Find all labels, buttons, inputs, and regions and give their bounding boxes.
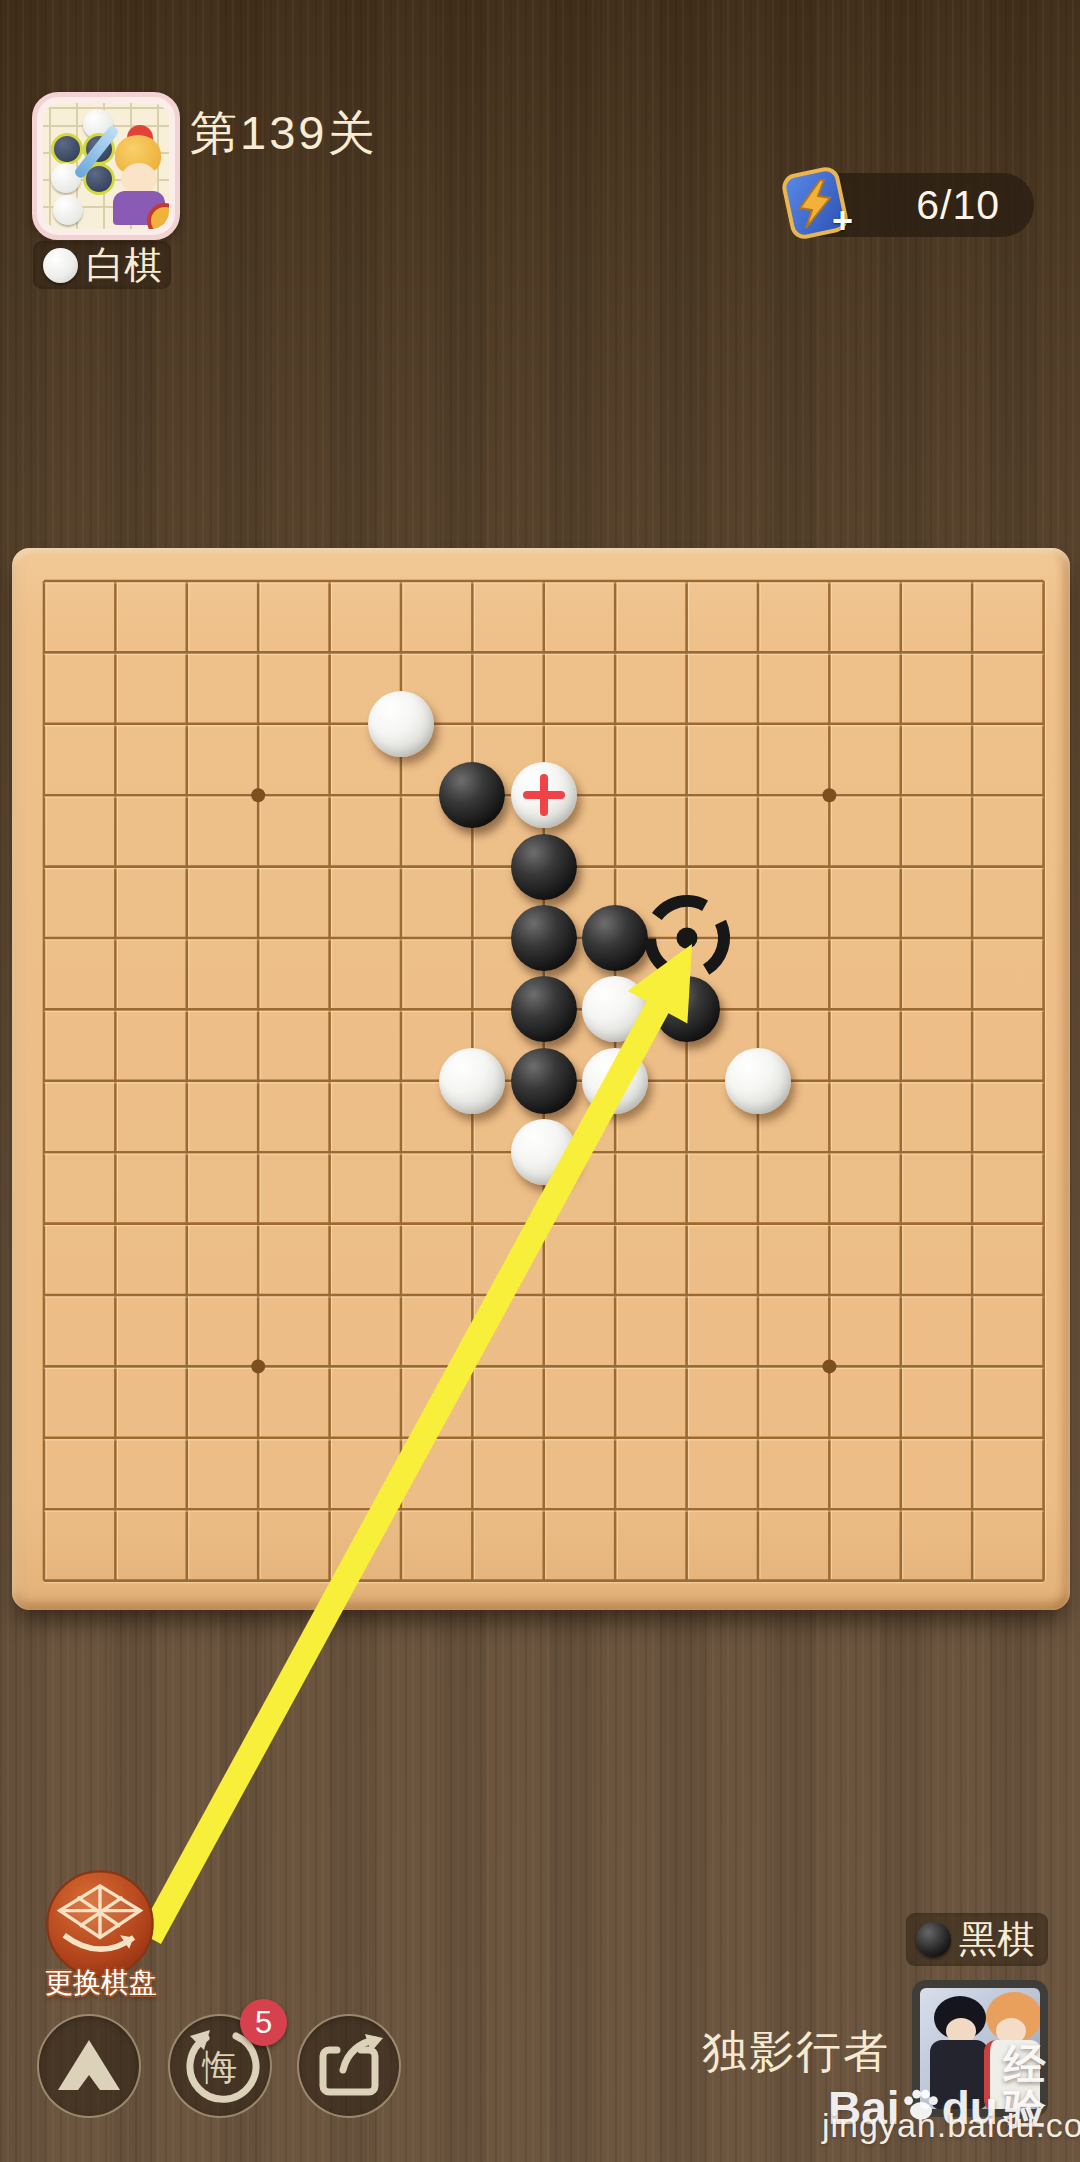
undo-regret-char: 悔 <box>203 2044 238 2091</box>
stone-white <box>368 691 434 757</box>
stone-white <box>439 1048 505 1114</box>
black-stone-icon <box>916 1922 951 1957</box>
hint-button[interactable] <box>37 2014 141 2118</box>
share-button[interactable] <box>297 2014 401 2118</box>
undo-count-badge: 5 <box>240 1999 287 2046</box>
app-screen: 第139关 白棋 6/10 + <box>0 0 1080 2162</box>
stone-white <box>511 762 577 828</box>
energy-count: 6/10 <box>916 182 1000 229</box>
player-side-chip: 白棋 <box>33 241 171 289</box>
opponent-side-chip: 黑棋 <box>906 1913 1048 1966</box>
stone-black <box>511 905 577 971</box>
white-stone-icon <box>43 248 78 283</box>
stone-white <box>582 1048 648 1114</box>
level-title: 第139关 <box>190 102 377 165</box>
energy-plus-sign: + <box>832 200 853 242</box>
level-avatar-card <box>32 92 180 240</box>
hint-up-arrow-icon <box>39 2016 139 2116</box>
stone-white <box>725 1048 791 1114</box>
watermark-url: jingyan.baidu.com <box>822 2106 1080 2145</box>
share-icon <box>299 2016 399 2116</box>
stone-black <box>439 762 505 828</box>
stones-layer <box>12 548 1070 1610</box>
change-board-label[interactable]: 更换棋盘 <box>30 1964 172 2002</box>
last-move-cross-marker <box>523 774 565 816</box>
opponent-side-label: 黑棋 <box>959 1914 1035 1965</box>
move-target-reticle[interactable] <box>635 886 739 990</box>
gomoku-board[interactable] <box>12 548 1070 1610</box>
mini-navy-stone <box>51 133 83 165</box>
stone-black <box>511 976 577 1042</box>
mini-white-stone <box>53 195 83 225</box>
stone-black <box>511 834 577 900</box>
stone-white <box>511 1119 577 1185</box>
level-avatar-miniboard <box>43 103 169 229</box>
stone-black <box>511 1048 577 1114</box>
player-side-label: 白棋 <box>86 240 162 291</box>
